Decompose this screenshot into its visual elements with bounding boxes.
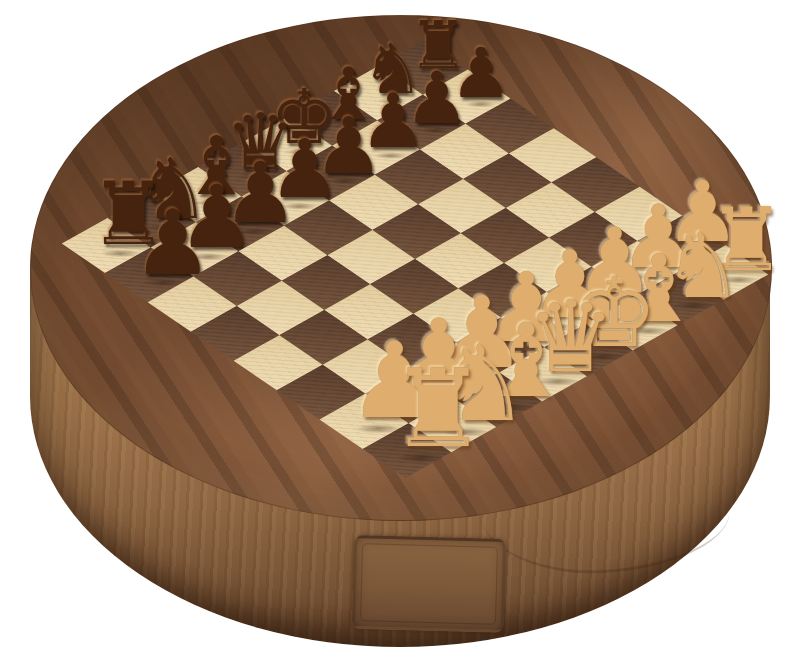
drawer-front-panel bbox=[360, 543, 498, 625]
chess-set-photo: ♜♞♝♛♚♝♞♜♟♟♟♟♟♟♟♟♟♟♟♟♟♟♟♟♜♞♝♛♚♝♞♜ bbox=[0, 0, 800, 667]
black-pawn[interactable]: ♟ bbox=[132, 199, 195, 284]
white-rook[interactable]: ♜ bbox=[390, 358, 453, 461]
storage-drawer[interactable] bbox=[352, 535, 506, 633]
